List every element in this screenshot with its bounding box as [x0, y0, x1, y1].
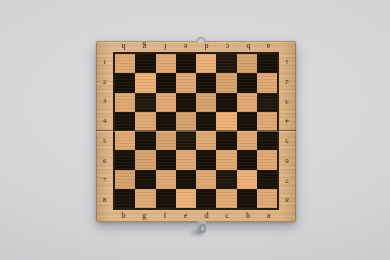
file-label-b: b: [238, 208, 259, 222]
square-h2: [115, 73, 135, 92]
square-c3: [216, 93, 236, 112]
chessboard: hgfedcba hgfedcba 12345678 12345678: [96, 41, 296, 222]
square-f2: [156, 73, 176, 92]
square-d2: [196, 73, 216, 92]
file-label-d: d: [196, 41, 217, 52]
square-f8: [156, 189, 176, 208]
rank-label-3: 3: [96, 92, 113, 112]
rank-label-2: 2: [96, 72, 113, 92]
rank-label-4: 4: [278, 111, 296, 131]
square-b3: [237, 93, 257, 112]
clasp-shadow: [188, 228, 204, 238]
square-c5: [216, 131, 236, 150]
square-a5: [257, 131, 277, 150]
square-c2: [216, 73, 236, 92]
square-b1: [237, 54, 257, 73]
square-d1: [196, 54, 216, 73]
square-c6: [216, 150, 236, 169]
square-e7: [176, 170, 196, 189]
file-label-a: a: [258, 41, 279, 52]
rank-label-6: 6: [278, 151, 296, 171]
square-e2: [176, 73, 196, 92]
rank-label-7: 7: [278, 171, 296, 191]
square-f5: [156, 131, 176, 150]
photo-background: hgfedcba hgfedcba 12345678 12345678: [0, 0, 390, 260]
rank-label-3: 3: [278, 92, 296, 112]
square-a7: [257, 170, 277, 189]
square-g6: [135, 150, 155, 169]
square-g3: [135, 93, 155, 112]
square-c4: [216, 112, 236, 131]
square-f4: [156, 112, 176, 131]
rank-label-8: 8: [278, 190, 296, 210]
file-labels-bottom: hgfedcba: [113, 208, 279, 222]
rank-label-8: 8: [96, 190, 113, 210]
square-h8: [115, 189, 135, 208]
square-e8: [176, 189, 196, 208]
square-f6: [156, 150, 176, 169]
square-e3: [176, 93, 196, 112]
square-h7: [115, 170, 135, 189]
file-label-c: c: [217, 41, 238, 52]
square-g8: [135, 189, 155, 208]
square-g4: [135, 112, 155, 131]
rank-label-6: 6: [96, 151, 113, 171]
square-g7: [135, 170, 155, 189]
square-h4: [115, 112, 135, 131]
square-a3: [257, 93, 277, 112]
square-e1: [176, 54, 196, 73]
square-d7: [196, 170, 216, 189]
file-labels-top: hgfedcba: [113, 41, 279, 52]
square-f7: [156, 170, 176, 189]
square-g5: [135, 131, 155, 150]
square-d4: [196, 112, 216, 131]
square-a4: [257, 112, 277, 131]
file-label-b: b: [238, 41, 259, 52]
square-b8: [237, 189, 257, 208]
square-h6: [115, 150, 135, 169]
square-a6: [257, 150, 277, 169]
file-label-c: c: [217, 208, 238, 222]
file-label-g: g: [134, 208, 155, 222]
square-a2: [257, 73, 277, 92]
square-a8: [257, 189, 277, 208]
file-label-h: h: [113, 41, 134, 52]
square-h1: [115, 54, 135, 73]
file-label-d: d: [196, 208, 217, 222]
square-d6: [196, 150, 216, 169]
file-label-g: g: [134, 41, 155, 52]
square-c7: [216, 170, 236, 189]
file-label-a: a: [258, 208, 279, 222]
rank-label-5: 5: [96, 131, 113, 151]
square-g1: [135, 54, 155, 73]
file-label-f: f: [155, 208, 176, 222]
square-c1: [216, 54, 236, 73]
square-f1: [156, 54, 176, 73]
rank-label-2: 2: [278, 72, 296, 92]
rank-label-7: 7: [96, 171, 113, 191]
rank-label-1: 1: [96, 52, 113, 72]
file-label-h: h: [113, 208, 134, 222]
file-label-e: e: [175, 41, 196, 52]
square-a1: [257, 54, 277, 73]
file-label-f: f: [155, 41, 176, 52]
square-c8: [216, 189, 236, 208]
square-b4: [237, 112, 257, 131]
square-d3: [196, 93, 216, 112]
fold-seam: [96, 130, 296, 132]
square-b5: [237, 131, 257, 150]
square-e6: [176, 150, 196, 169]
square-h5: [115, 131, 135, 150]
file-label-e: e: [175, 208, 196, 222]
square-b2: [237, 73, 257, 92]
square-d5: [196, 131, 216, 150]
rank-label-1: 1: [278, 52, 296, 72]
square-b6: [237, 150, 257, 169]
hinge-clasp-top-icon: [197, 37, 205, 42]
square-b7: [237, 170, 257, 189]
square-g2: [135, 73, 155, 92]
square-h3: [115, 93, 135, 112]
square-d8: [196, 189, 216, 208]
square-e4: [176, 112, 196, 131]
square-f3: [156, 93, 176, 112]
square-e5: [176, 131, 196, 150]
rank-label-4: 4: [96, 111, 113, 131]
rank-label-5: 5: [278, 131, 296, 151]
